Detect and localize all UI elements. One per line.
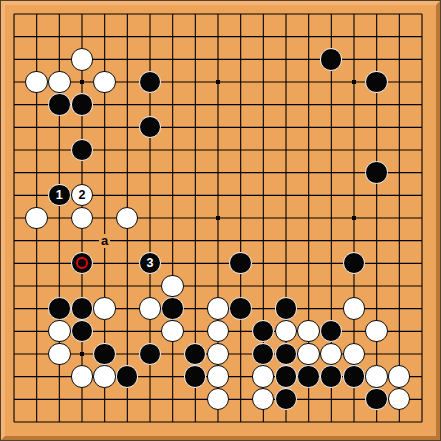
white-stone-d11[interactable]: 2 bbox=[71, 184, 93, 206]
intersection-t8[interactable] bbox=[410, 252, 433, 275]
black-stone-l8[interactable] bbox=[229, 252, 251, 274]
black-stone-n6[interactable] bbox=[275, 297, 297, 319]
white-stone-f10[interactable] bbox=[116, 207, 138, 229]
intersection-d9[interactable] bbox=[71, 229, 94, 252]
intersection-f18[interactable] bbox=[116, 25, 139, 48]
intersection-a19[interactable] bbox=[3, 3, 26, 26]
intersection-k14[interactable] bbox=[207, 116, 230, 139]
black-stone-c15[interactable] bbox=[48, 93, 70, 115]
intersection-j9[interactable] bbox=[184, 229, 207, 252]
intersection-c13[interactable] bbox=[48, 139, 71, 162]
intersection-g3[interactable] bbox=[139, 365, 162, 388]
white-stone-e6[interactable] bbox=[93, 297, 115, 319]
intersection-h10[interactable] bbox=[161, 207, 184, 230]
intersection-p6[interactable] bbox=[320, 297, 343, 320]
intersection-j17[interactable] bbox=[184, 48, 207, 71]
intersection-s3[interactable] bbox=[388, 365, 411, 388]
intersection-r9[interactable] bbox=[365, 229, 388, 252]
intersection-f1[interactable] bbox=[116, 410, 139, 433]
intersection-b11[interactable] bbox=[25, 184, 48, 207]
intersection-b10[interactable] bbox=[25, 207, 48, 230]
intersection-q19[interactable] bbox=[343, 3, 366, 26]
intersection-c6[interactable] bbox=[48, 297, 71, 320]
black-stone-g14[interactable] bbox=[139, 116, 161, 138]
intersection-l2[interactable] bbox=[229, 388, 252, 411]
intersection-l5[interactable] bbox=[229, 320, 252, 343]
intersection-p19[interactable] bbox=[320, 3, 343, 26]
intersection-a15[interactable] bbox=[3, 93, 26, 116]
intersection-o18[interactable] bbox=[297, 25, 320, 48]
white-stone-c5[interactable] bbox=[48, 320, 70, 342]
black-stone-d15[interactable] bbox=[71, 93, 93, 115]
intersection-e12[interactable] bbox=[93, 161, 116, 184]
black-stone-p5[interactable] bbox=[320, 320, 342, 342]
intersection-f15[interactable] bbox=[116, 93, 139, 116]
intersection-a2[interactable] bbox=[3, 388, 26, 411]
intersection-n12[interactable] bbox=[275, 161, 298, 184]
white-stone-k6[interactable] bbox=[207, 297, 229, 319]
intersection-b14[interactable] bbox=[25, 116, 48, 139]
black-stone-d6[interactable] bbox=[71, 297, 93, 319]
intersection-o3[interactable] bbox=[297, 365, 320, 388]
intersection-r11[interactable] bbox=[365, 184, 388, 207]
white-stone-o4[interactable] bbox=[297, 343, 319, 365]
intersection-h4[interactable] bbox=[161, 343, 184, 366]
intersection-p4[interactable] bbox=[320, 343, 343, 366]
intersection-f14[interactable] bbox=[116, 116, 139, 139]
intersection-q11[interactable] bbox=[343, 184, 366, 207]
intersection-k4[interactable] bbox=[207, 343, 230, 366]
intersection-e7[interactable] bbox=[93, 275, 116, 298]
black-stone-m4[interactable] bbox=[252, 343, 274, 365]
intersection-p5[interactable] bbox=[320, 320, 343, 343]
intersection-d12[interactable] bbox=[71, 161, 94, 184]
intersection-e5[interactable] bbox=[93, 320, 116, 343]
intersection-f17[interactable] bbox=[116, 48, 139, 71]
intersection-e4[interactable] bbox=[93, 343, 116, 366]
intersection-b12[interactable] bbox=[25, 161, 48, 184]
intersection-m7[interactable] bbox=[252, 275, 275, 298]
intersection-m16[interactable] bbox=[252, 71, 275, 94]
intersection-r5[interactable] bbox=[365, 320, 388, 343]
intersection-t2[interactable] bbox=[410, 388, 433, 411]
intersection-h7[interactable] bbox=[161, 275, 184, 298]
intersection-m19[interactable] bbox=[252, 3, 275, 26]
intersection-f12[interactable] bbox=[116, 161, 139, 184]
intersection-j13[interactable] bbox=[184, 139, 207, 162]
intersection-h12[interactable] bbox=[161, 161, 184, 184]
intersection-a17[interactable] bbox=[3, 48, 26, 71]
intersection-e8[interactable] bbox=[93, 252, 116, 275]
intersection-k5[interactable] bbox=[207, 320, 230, 343]
black-stone-n4[interactable] bbox=[275, 343, 297, 365]
white-stone-n5[interactable] bbox=[275, 320, 297, 342]
intersection-d6[interactable] bbox=[71, 297, 94, 320]
intersection-n11[interactable] bbox=[275, 184, 298, 207]
intersection-k2[interactable] bbox=[207, 388, 230, 411]
white-stone-s3[interactable] bbox=[388, 365, 410, 387]
white-stone-m3[interactable] bbox=[252, 365, 274, 387]
intersection-s17[interactable] bbox=[388, 48, 411, 71]
intersection-g1[interactable] bbox=[139, 410, 162, 433]
intersection-k7[interactable] bbox=[207, 275, 230, 298]
intersection-n6[interactable] bbox=[275, 297, 298, 320]
intersection-f19[interactable] bbox=[116, 3, 139, 26]
intersection-l11[interactable] bbox=[229, 184, 252, 207]
intersection-m10[interactable] bbox=[252, 207, 275, 230]
white-stone-o5[interactable] bbox=[297, 320, 319, 342]
intersection-c7[interactable] bbox=[48, 275, 71, 298]
intersection-p13[interactable] bbox=[320, 139, 343, 162]
intersection-k18[interactable] bbox=[207, 25, 230, 48]
intersection-s16[interactable] bbox=[388, 71, 411, 94]
intersection-k10[interactable] bbox=[207, 207, 230, 230]
intersection-j18[interactable] bbox=[184, 25, 207, 48]
intersection-t1[interactable] bbox=[410, 410, 433, 433]
intersection-d16[interactable] bbox=[71, 71, 94, 94]
intersection-g18[interactable] bbox=[139, 25, 162, 48]
white-stone-h7[interactable] bbox=[161, 275, 183, 297]
intersection-r7[interactable] bbox=[365, 275, 388, 298]
intersection-a14[interactable] bbox=[3, 116, 26, 139]
intersection-e3[interactable] bbox=[93, 365, 116, 388]
intersection-l13[interactable] bbox=[229, 139, 252, 162]
intersection-e2[interactable] bbox=[93, 388, 116, 411]
intersection-f8[interactable] bbox=[116, 252, 139, 275]
intersection-h18[interactable] bbox=[161, 25, 184, 48]
intersection-s4[interactable] bbox=[388, 343, 411, 366]
black-stone-n3[interactable] bbox=[275, 365, 297, 387]
intersection-c17[interactable] bbox=[48, 48, 71, 71]
intersection-g9[interactable] bbox=[139, 229, 162, 252]
intersection-m4[interactable] bbox=[252, 343, 275, 366]
intersection-m6[interactable] bbox=[252, 297, 275, 320]
intersection-a13[interactable] bbox=[3, 139, 26, 162]
intersection-n18[interactable] bbox=[275, 25, 298, 48]
intersection-m15[interactable] bbox=[252, 93, 275, 116]
white-stone-d10[interactable] bbox=[71, 207, 93, 229]
intersection-o19[interactable] bbox=[297, 3, 320, 26]
black-stone-r2[interactable] bbox=[365, 388, 387, 410]
intersection-o10[interactable] bbox=[297, 207, 320, 230]
intersection-j8[interactable] bbox=[184, 252, 207, 275]
intersection-n2[interactable] bbox=[275, 388, 298, 411]
intersection-o17[interactable] bbox=[297, 48, 320, 71]
intersection-k19[interactable] bbox=[207, 3, 230, 26]
intersection-q17[interactable] bbox=[343, 48, 366, 71]
intersection-h19[interactable] bbox=[161, 3, 184, 26]
black-stone-r16[interactable] bbox=[365, 71, 387, 93]
intersection-p17[interactable] bbox=[320, 48, 343, 71]
intersection-m17[interactable] bbox=[252, 48, 275, 71]
white-stone-h5[interactable] bbox=[161, 320, 183, 342]
intersection-g5[interactable] bbox=[139, 320, 162, 343]
intersection-b5[interactable] bbox=[25, 320, 48, 343]
intersection-d18[interactable] bbox=[71, 25, 94, 48]
intersection-e16[interactable] bbox=[93, 71, 116, 94]
intersection-a10[interactable] bbox=[3, 207, 26, 230]
intersection-h11[interactable] bbox=[161, 184, 184, 207]
intersection-q4[interactable] bbox=[343, 343, 366, 366]
white-stone-c16[interactable] bbox=[48, 71, 70, 93]
intersection-t7[interactable] bbox=[410, 275, 433, 298]
intersection-p15[interactable] bbox=[320, 93, 343, 116]
intersection-r3[interactable] bbox=[365, 365, 388, 388]
intersection-f2[interactable] bbox=[116, 388, 139, 411]
intersection-p1[interactable] bbox=[320, 410, 343, 433]
white-stone-b10[interactable] bbox=[25, 207, 47, 229]
intersection-l7[interactable] bbox=[229, 275, 252, 298]
intersection-m5[interactable] bbox=[252, 320, 275, 343]
intersection-l16[interactable] bbox=[229, 71, 252, 94]
intersection-t14[interactable] bbox=[410, 116, 433, 139]
intersection-b2[interactable] bbox=[25, 388, 48, 411]
intersection-b3[interactable] bbox=[25, 365, 48, 388]
intersection-g15[interactable] bbox=[139, 93, 162, 116]
intersection-a18[interactable] bbox=[3, 25, 26, 48]
intersection-j11[interactable] bbox=[184, 184, 207, 207]
intersection-l19[interactable] bbox=[229, 3, 252, 26]
intersection-r14[interactable] bbox=[365, 116, 388, 139]
intersection-q6[interactable] bbox=[343, 297, 366, 320]
intersection-s10[interactable] bbox=[388, 207, 411, 230]
intersection-l8[interactable] bbox=[229, 252, 252, 275]
black-stone-c11[interactable]: 1 bbox=[48, 184, 70, 206]
intersection-o11[interactable] bbox=[297, 184, 320, 207]
intersection-g7[interactable] bbox=[139, 275, 162, 298]
white-stone-q4[interactable] bbox=[343, 343, 365, 365]
black-stone-o3[interactable] bbox=[297, 365, 319, 387]
intersection-c8[interactable] bbox=[48, 252, 71, 275]
intersection-j5[interactable] bbox=[184, 320, 207, 343]
intersection-r12[interactable] bbox=[365, 161, 388, 184]
intersection-n17[interactable] bbox=[275, 48, 298, 71]
intersection-g4[interactable] bbox=[139, 343, 162, 366]
intersection-j19[interactable] bbox=[184, 3, 207, 26]
intersection-c9[interactable] bbox=[48, 229, 71, 252]
intersection-f6[interactable] bbox=[116, 297, 139, 320]
white-stone-s2[interactable] bbox=[388, 388, 410, 410]
intersection-j14[interactable] bbox=[184, 116, 207, 139]
intersection-m3[interactable] bbox=[252, 365, 275, 388]
intersection-e17[interactable] bbox=[93, 48, 116, 71]
intersection-g6[interactable] bbox=[139, 297, 162, 320]
intersection-j12[interactable] bbox=[184, 161, 207, 184]
intersection-t15[interactable] bbox=[410, 93, 433, 116]
white-stone-d17[interactable] bbox=[71, 48, 93, 70]
intersection-n4[interactable] bbox=[275, 343, 298, 366]
intersection-k13[interactable] bbox=[207, 139, 230, 162]
intersection-j1[interactable] bbox=[184, 410, 207, 433]
white-stone-k3[interactable] bbox=[207, 365, 229, 387]
black-stone-q8[interactable] bbox=[343, 252, 365, 274]
black-stone-p17[interactable] bbox=[320, 48, 342, 70]
intersection-e11[interactable] bbox=[93, 184, 116, 207]
intersection-f13[interactable] bbox=[116, 139, 139, 162]
intersection-t10[interactable] bbox=[410, 207, 433, 230]
intersection-o16[interactable] bbox=[297, 71, 320, 94]
white-stone-q6[interactable] bbox=[343, 297, 365, 319]
intersection-b18[interactable] bbox=[25, 25, 48, 48]
intersection-d19[interactable] bbox=[71, 3, 94, 26]
intersection-k3[interactable] bbox=[207, 365, 230, 388]
intersection-s8[interactable] bbox=[388, 252, 411, 275]
intersection-h9[interactable] bbox=[161, 229, 184, 252]
intersection-e6[interactable] bbox=[93, 297, 116, 320]
intersection-c10[interactable] bbox=[48, 207, 71, 230]
intersection-r10[interactable] bbox=[365, 207, 388, 230]
intersection-j2[interactable] bbox=[184, 388, 207, 411]
intersection-q12[interactable] bbox=[343, 161, 366, 184]
intersection-g13[interactable] bbox=[139, 139, 162, 162]
intersection-o13[interactable] bbox=[297, 139, 320, 162]
intersection-g8[interactable]: 3 bbox=[139, 252, 162, 275]
intersection-s7[interactable] bbox=[388, 275, 411, 298]
intersection-n7[interactable] bbox=[275, 275, 298, 298]
black-stone-e4[interactable] bbox=[93, 343, 115, 365]
intersection-n13[interactable] bbox=[275, 139, 298, 162]
intersection-p16[interactable] bbox=[320, 71, 343, 94]
intersection-s11[interactable] bbox=[388, 184, 411, 207]
intersection-o1[interactable] bbox=[297, 410, 320, 433]
intersection-l12[interactable] bbox=[229, 161, 252, 184]
intersection-o15[interactable] bbox=[297, 93, 320, 116]
black-stone-c6[interactable] bbox=[48, 297, 70, 319]
white-stone-m2[interactable] bbox=[252, 388, 274, 410]
intersection-s9[interactable] bbox=[388, 229, 411, 252]
intersection-a16[interactable] bbox=[3, 71, 26, 94]
white-stone-b16[interactable] bbox=[25, 71, 47, 93]
intersection-g14[interactable] bbox=[139, 116, 162, 139]
intersection-q9[interactable] bbox=[343, 229, 366, 252]
intersection-q10[interactable] bbox=[343, 207, 366, 230]
intersection-m12[interactable] bbox=[252, 161, 275, 184]
intersection-s14[interactable] bbox=[388, 116, 411, 139]
intersection-r1[interactable] bbox=[365, 410, 388, 433]
intersection-g11[interactable] bbox=[139, 184, 162, 207]
intersection-q8[interactable] bbox=[343, 252, 366, 275]
intersection-n16[interactable] bbox=[275, 71, 298, 94]
intersection-e13[interactable] bbox=[93, 139, 116, 162]
intersection-a1[interactable] bbox=[3, 410, 26, 433]
intersection-e19[interactable] bbox=[93, 3, 116, 26]
intersection-t3[interactable] bbox=[410, 365, 433, 388]
intersection-e15[interactable] bbox=[93, 93, 116, 116]
intersection-d17[interactable] bbox=[71, 48, 94, 71]
intersection-s12[interactable] bbox=[388, 161, 411, 184]
intersection-a8[interactable] bbox=[3, 252, 26, 275]
intersection-b17[interactable] bbox=[25, 48, 48, 71]
intersection-c14[interactable] bbox=[48, 116, 71, 139]
intersection-q18[interactable] bbox=[343, 25, 366, 48]
white-stone-p4[interactable] bbox=[320, 343, 342, 365]
intersection-j6[interactable] bbox=[184, 297, 207, 320]
white-stone-g6[interactable] bbox=[139, 297, 161, 319]
intersection-c16[interactable] bbox=[48, 71, 71, 94]
black-stone-n2[interactable] bbox=[275, 388, 297, 410]
intersection-a3[interactable] bbox=[3, 365, 26, 388]
intersection-l6[interactable] bbox=[229, 297, 252, 320]
white-stone-k2[interactable] bbox=[207, 388, 229, 410]
black-stone-d5[interactable] bbox=[71, 320, 93, 342]
intersection-s19[interactable] bbox=[388, 3, 411, 26]
intersection-d13[interactable] bbox=[71, 139, 94, 162]
intersection-k15[interactable] bbox=[207, 93, 230, 116]
intersection-b9[interactable] bbox=[25, 229, 48, 252]
intersection-q15[interactable] bbox=[343, 93, 366, 116]
intersection-f9[interactable] bbox=[116, 229, 139, 252]
intersection-r6[interactable] bbox=[365, 297, 388, 320]
intersection-s15[interactable] bbox=[388, 93, 411, 116]
white-stone-d3[interactable] bbox=[71, 365, 93, 387]
intersection-c4[interactable] bbox=[48, 343, 71, 366]
intersection-d14[interactable] bbox=[71, 116, 94, 139]
intersection-l15[interactable] bbox=[229, 93, 252, 116]
intersection-g16[interactable] bbox=[139, 71, 162, 94]
intersection-k6[interactable] bbox=[207, 297, 230, 320]
intersection-t16[interactable] bbox=[410, 71, 433, 94]
intersection-e10[interactable] bbox=[93, 207, 116, 230]
intersection-k12[interactable] bbox=[207, 161, 230, 184]
intersection-l9[interactable] bbox=[229, 229, 252, 252]
black-stone-q3[interactable] bbox=[343, 365, 365, 387]
intersection-o2[interactable] bbox=[297, 388, 320, 411]
intersection-r8[interactable] bbox=[365, 252, 388, 275]
intersection-c12[interactable] bbox=[48, 161, 71, 184]
intersection-q2[interactable] bbox=[343, 388, 366, 411]
intersection-s13[interactable] bbox=[388, 139, 411, 162]
intersection-p8[interactable] bbox=[320, 252, 343, 275]
intersection-h5[interactable] bbox=[161, 320, 184, 343]
intersection-d15[interactable] bbox=[71, 93, 94, 116]
intersection-c5[interactable] bbox=[48, 320, 71, 343]
intersection-b4[interactable] bbox=[25, 343, 48, 366]
intersection-g10[interactable] bbox=[139, 207, 162, 230]
intersection-l18[interactable] bbox=[229, 25, 252, 48]
intersection-h3[interactable] bbox=[161, 365, 184, 388]
intersection-n3[interactable] bbox=[275, 365, 298, 388]
intersection-l1[interactable] bbox=[229, 410, 252, 433]
white-stone-k5[interactable] bbox=[207, 320, 229, 342]
intersection-p18[interactable] bbox=[320, 25, 343, 48]
intersection-n9[interactable] bbox=[275, 229, 298, 252]
intersection-h17[interactable] bbox=[161, 48, 184, 71]
intersection-d8[interactable] bbox=[71, 252, 94, 275]
intersection-l14[interactable] bbox=[229, 116, 252, 139]
intersection-g17[interactable] bbox=[139, 48, 162, 71]
intersection-h2[interactable] bbox=[161, 388, 184, 411]
black-stone-g16[interactable] bbox=[139, 71, 161, 93]
intersection-a12[interactable] bbox=[3, 161, 26, 184]
intersection-g12[interactable] bbox=[139, 161, 162, 184]
intersection-h16[interactable] bbox=[161, 71, 184, 94]
white-stone-c4[interactable] bbox=[48, 343, 70, 365]
intersection-g2[interactable] bbox=[139, 388, 162, 411]
intersection-o5[interactable] bbox=[297, 320, 320, 343]
intersection-o9[interactable] bbox=[297, 229, 320, 252]
intersection-k17[interactable] bbox=[207, 48, 230, 71]
black-stone-r12[interactable] bbox=[365, 161, 387, 183]
intersection-e1[interactable] bbox=[93, 410, 116, 433]
intersection-d10[interactable] bbox=[71, 207, 94, 230]
intersection-p2[interactable] bbox=[320, 388, 343, 411]
black-stone-d13[interactable] bbox=[71, 139, 93, 161]
intersection-c11[interactable]: 1 bbox=[48, 184, 71, 207]
intersection-q14[interactable] bbox=[343, 116, 366, 139]
intersection-h6[interactable] bbox=[161, 297, 184, 320]
intersection-s2[interactable] bbox=[388, 388, 411, 411]
black-stone-j3[interactable] bbox=[184, 365, 206, 387]
